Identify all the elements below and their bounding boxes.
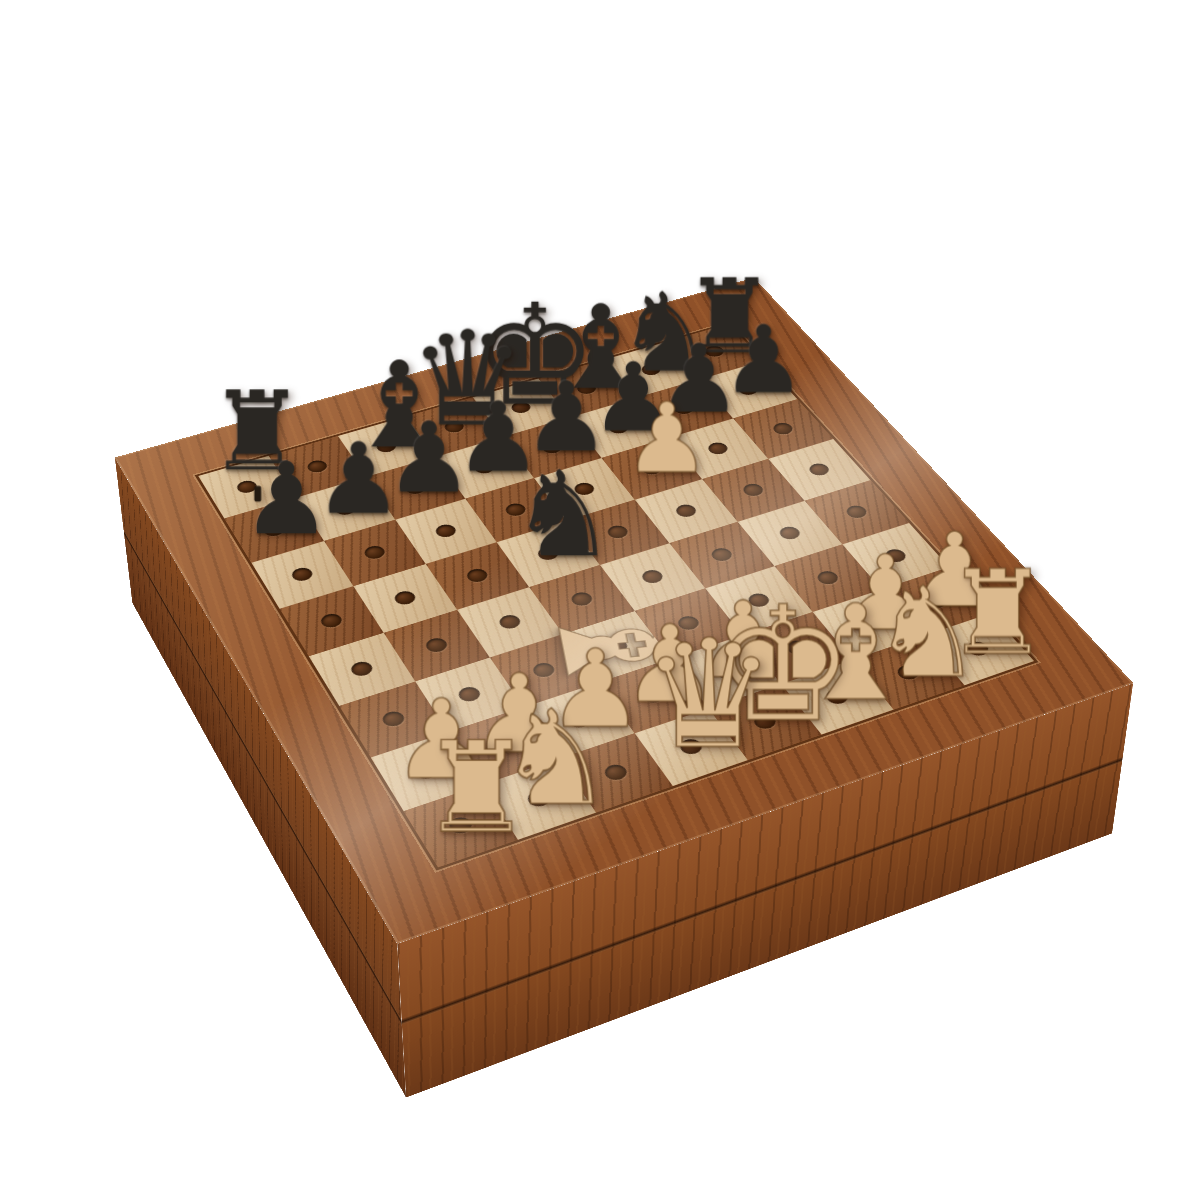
peg-hole xyxy=(348,660,375,679)
light-rook[interactable]: ♜ xyxy=(392,725,560,850)
peg-hole xyxy=(639,568,666,585)
peg-hole xyxy=(770,421,796,436)
square-d5[interactable]: ♞ xyxy=(497,521,600,587)
peg-hole xyxy=(423,636,450,654)
peg-hole xyxy=(392,589,419,607)
peg-hole xyxy=(496,613,523,631)
dark-pawn[interactable]: ♟ xyxy=(212,450,361,549)
dark-knight[interactable]: ♞ xyxy=(488,455,639,573)
peg-hole xyxy=(362,544,388,561)
peg-hole xyxy=(318,612,345,630)
peg-hole xyxy=(433,523,459,540)
peg-hole xyxy=(843,504,870,520)
peg-hole xyxy=(740,482,766,498)
light-queen[interactable]: ♛ xyxy=(627,620,790,770)
square-a1[interactable]: ♜ xyxy=(404,785,518,868)
product-photo-scene: ♜♝♛♚♝♞♜♟♟♟♟♟♟♟♟♟♞♝♟♟♟♟♟♟♟♜♞♛♚♝♞♜ xyxy=(0,0,1200,1200)
peg-hole xyxy=(289,566,315,583)
peg-hole xyxy=(806,462,832,478)
peg-hole xyxy=(673,503,699,519)
peg-hole xyxy=(464,567,491,584)
peg-hole xyxy=(776,525,803,542)
chess-box: ♜♝♛♚♝♞♜♟♟♟♟♟♟♟♟♟♞♝♟♟♟♟♟♟♟♜♞♛♚♝♞♜ xyxy=(115,278,1134,944)
peg-hole xyxy=(708,546,735,563)
